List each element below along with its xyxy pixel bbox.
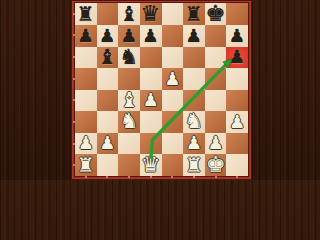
square-e2[interactable] — [162, 133, 184, 155]
square-f7[interactable]: ♟ — [183, 25, 205, 47]
black-pawn[interactable]: ♟ — [121, 27, 137, 45]
square-b2[interactable]: ♟ — [97, 133, 119, 155]
square-g4[interactable] — [205, 90, 227, 112]
square-e5[interactable]: ♟ — [162, 68, 184, 90]
square-e1[interactable] — [162, 154, 184, 176]
square-c1[interactable] — [118, 154, 140, 176]
square-e7[interactable] — [162, 25, 184, 47]
black-pawn[interactable]: ♟ — [143, 27, 159, 45]
rank-label-8 — [73, 13, 75, 15]
white-bishop[interactable]: ♝ — [120, 90, 139, 111]
square-d3[interactable] — [140, 111, 162, 133]
black-bishop[interactable]: ♝ — [98, 47, 117, 68]
square-a8[interactable]: ♜ — [75, 3, 97, 25]
square-a3[interactable] — [75, 111, 97, 133]
white-pawn[interactable]: ♟ — [207, 134, 223, 152]
square-g7[interactable] — [205, 25, 227, 47]
square-b1[interactable] — [97, 154, 119, 176]
black-pawn[interactable]: ♟ — [229, 27, 245, 45]
square-c6[interactable]: ♞ — [118, 47, 140, 69]
square-e6[interactable] — [162, 47, 184, 69]
black-rook[interactable]: ♜ — [185, 4, 203, 24]
white-pawn[interactable]: ♟ — [99, 134, 115, 152]
square-c4[interactable]: ♝ — [118, 90, 140, 112]
square-b8[interactable] — [97, 3, 119, 25]
square-f4[interactable] — [183, 90, 205, 112]
app-background: { "game": "chess", "scene": { "descripti… — [0, 0, 320, 180]
white-pawn[interactable]: ♟ — [143, 91, 159, 109]
square-g3[interactable] — [205, 111, 227, 133]
square-a4[interactable] — [75, 90, 97, 112]
square-e8[interactable] — [162, 3, 184, 25]
square-h4[interactable] — [226, 90, 248, 112]
square-f2[interactable]: ♟ — [183, 133, 205, 155]
square-c7[interactable]: ♟ — [118, 25, 140, 47]
white-pawn[interactable]: ♟ — [186, 134, 202, 152]
black-pawn[interactable]: ♟ — [186, 27, 202, 45]
file-label-b — [106, 176, 108, 178]
file-label-h — [236, 176, 238, 178]
chess-board-frame: ♜♝♛♜♚♟♟♟♟♟♟♝♞♟♟♝♟♞♞♟♟♟♟♟♜♛♜♚ — [71, 0, 252, 180]
square-b3[interactable] — [97, 111, 119, 133]
black-rook[interactable]: ♜ — [77, 4, 95, 24]
rank-label-5 — [73, 78, 75, 80]
black-knight[interactable]: ♞ — [120, 47, 139, 68]
white-knight[interactable]: ♞ — [120, 111, 139, 132]
square-b7[interactable]: ♟ — [97, 25, 119, 47]
rank-label-7 — [73, 34, 75, 36]
square-d7[interactable]: ♟ — [140, 25, 162, 47]
square-c8[interactable]: ♝ — [118, 3, 140, 25]
chess-board: ♜♝♛♜♚♟♟♟♟♟♟♝♞♟♟♝♟♞♞♟♟♟♟♟♜♛♜♚ — [75, 3, 248, 176]
square-a1[interactable]: ♜ — [75, 154, 97, 176]
file-label-c — [128, 176, 130, 178]
rank-label-6 — [73, 56, 75, 58]
square-f3[interactable]: ♞ — [183, 111, 205, 133]
white-king[interactable]: ♚ — [206, 154, 226, 176]
square-g5[interactable] — [205, 68, 227, 90]
square-d2[interactable] — [140, 133, 162, 155]
square-a7[interactable]: ♟ — [75, 25, 97, 47]
white-rook[interactable]: ♜ — [77, 155, 95, 175]
file-label-e — [171, 176, 173, 178]
square-c3[interactable]: ♞ — [118, 111, 140, 133]
square-g1[interactable]: ♚ — [205, 154, 227, 176]
rank-labels — [72, 3, 75, 176]
square-a2[interactable]: ♟ — [75, 133, 97, 155]
square-e4[interactable] — [162, 90, 184, 112]
square-f5[interactable] — [183, 68, 205, 90]
square-d8[interactable]: ♛ — [140, 3, 162, 25]
square-a5[interactable] — [75, 68, 97, 90]
square-f1[interactable]: ♜ — [183, 154, 205, 176]
white-pawn[interactable]: ♟ — [164, 70, 180, 88]
square-a6[interactable] — [75, 47, 97, 69]
square-d1[interactable]: ♛ — [140, 154, 162, 176]
square-f6[interactable] — [183, 47, 205, 69]
square-b5[interactable] — [97, 68, 119, 90]
black-bishop[interactable]: ♝ — [120, 4, 139, 25]
square-c2[interactable] — [118, 133, 140, 155]
square-d5[interactable] — [140, 68, 162, 90]
white-pawn[interactable]: ♟ — [78, 134, 94, 152]
square-b6[interactable]: ♝ — [97, 47, 119, 69]
square-h3[interactable]: ♟ — [226, 111, 248, 133]
square-h8[interactable] — [226, 3, 248, 25]
rank-label-3 — [73, 121, 75, 123]
black-pawn[interactable]: ♟ — [78, 27, 94, 45]
square-f8[interactable]: ♜ — [183, 3, 205, 25]
file-labels — [75, 175, 248, 179]
square-c5[interactable] — [118, 68, 140, 90]
white-rook[interactable]: ♜ — [185, 155, 203, 175]
square-h6[interactable]: ♟ — [226, 47, 248, 69]
square-g6[interactable] — [205, 47, 227, 69]
square-h2[interactable] — [226, 133, 248, 155]
file-label-g — [215, 176, 217, 178]
file-label-f — [193, 176, 195, 178]
square-b4[interactable] — [97, 90, 119, 112]
rank-label-4 — [73, 99, 75, 101]
square-g8[interactable]: ♚ — [205, 3, 227, 25]
square-d6[interactable] — [140, 47, 162, 69]
square-h5[interactable] — [226, 68, 248, 90]
rank-label-1 — [73, 164, 75, 166]
square-h1[interactable] — [226, 154, 248, 176]
square-g2[interactable]: ♟ — [205, 133, 227, 155]
file-label-a — [85, 176, 87, 178]
white-queen[interactable]: ♛ — [141, 154, 161, 176]
white-knight[interactable]: ♞ — [185, 111, 204, 132]
square-e3[interactable] — [162, 111, 184, 133]
square-d4[interactable]: ♟ — [140, 90, 162, 112]
file-label-d — [150, 176, 152, 178]
rank-label-2 — [73, 143, 75, 145]
black-king[interactable]: ♚ — [206, 3, 226, 25]
black-pawn[interactable]: ♟ — [99, 27, 115, 45]
square-h7[interactable]: ♟ — [226, 25, 248, 47]
white-pawn[interactable]: ♟ — [229, 113, 245, 131]
black-pawn[interactable]: ♟ — [229, 48, 245, 66]
black-queen[interactable]: ♛ — [141, 3, 161, 25]
